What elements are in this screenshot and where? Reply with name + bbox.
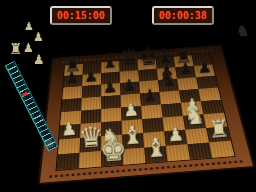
square-c1[interactable]: ♚ bbox=[101, 149, 123, 166]
square-b5[interactable] bbox=[81, 97, 101, 111]
piece-black-pawn[interactable]: ♟ bbox=[81, 68, 101, 86]
square-c6[interactable]: ♟ bbox=[101, 83, 120, 96]
square-b1[interactable] bbox=[79, 151, 101, 168]
square-d8[interactable]: ♛ bbox=[119, 59, 138, 71]
piece-black-knight[interactable]: ♞ bbox=[158, 68, 179, 91]
square-f5[interactable] bbox=[159, 90, 180, 104]
square-a1[interactable] bbox=[57, 153, 80, 170]
piece-black-pawn[interactable]: ♟ bbox=[119, 76, 140, 94]
piece-black-pawn[interactable]: ♟ bbox=[62, 69, 82, 87]
black-clock-time: 00:00:38 bbox=[159, 10, 207, 21]
square-c8[interactable]: ♝ bbox=[101, 61, 120, 73]
square-f1[interactable] bbox=[166, 144, 190, 161]
captured-white-pawn: ♟ bbox=[33, 31, 44, 43]
square-e7[interactable] bbox=[138, 69, 158, 82]
square-e8[interactable]: ♚ bbox=[137, 58, 156, 70]
white-clock: 00:15:00 bbox=[50, 6, 112, 25]
piece-black-king[interactable]: ♚ bbox=[136, 43, 156, 69]
square-g1[interactable] bbox=[187, 143, 212, 160]
square-b2[interactable]: ♛ bbox=[79, 136, 101, 152]
square-e1[interactable]: ♝ bbox=[144, 146, 167, 163]
piece-white-bishop[interactable]: ♝ bbox=[143, 135, 167, 162]
piece-black-pawn[interactable]: ♟ bbox=[140, 87, 161, 105]
piece-white-knight[interactable]: ♞ bbox=[183, 104, 206, 129]
white-clock-time: 00:15:00 bbox=[57, 10, 105, 21]
black-clock: 00:00:38 bbox=[152, 6, 214, 25]
square-a2[interactable] bbox=[58, 138, 80, 154]
piece-black-bishop[interactable]: ♝ bbox=[99, 50, 119, 73]
piece-white-pawn[interactable]: ♟ bbox=[164, 125, 187, 145]
piece-white-pawn[interactable]: ♟ bbox=[120, 101, 142, 120]
captured-black-knight: ♞ bbox=[236, 24, 249, 39]
piece-black-pawn[interactable]: ♟ bbox=[195, 59, 215, 77]
ruler-highlight bbox=[45, 138, 54, 149]
piece-white-king[interactable]: ♚ bbox=[99, 134, 124, 166]
square-h1[interactable] bbox=[209, 141, 234, 158]
square-g7[interactable]: ♟ bbox=[175, 66, 196, 79]
board-perspective-wrapper: ♜♝♛♚♝♜♟♟♟♟♟♟♟♞♟♟♟♟♞♛♞♝♟♜♚♝ bbox=[38, 3, 244, 192]
square-h7[interactable]: ♟ bbox=[194, 64, 215, 77]
piece-black-queen[interactable]: ♛ bbox=[118, 46, 138, 72]
captured-white-pawn: ♟ bbox=[33, 53, 45, 66]
square-f4[interactable] bbox=[161, 103, 183, 118]
piece-black-pawn[interactable]: ♟ bbox=[100, 78, 121, 96]
square-c5[interactable] bbox=[101, 95, 121, 109]
evaluation-marker bbox=[21, 91, 28, 96]
square-f2[interactable]: ♟ bbox=[164, 130, 187, 146]
square-b7[interactable]: ♟ bbox=[82, 73, 101, 86]
square-c4[interactable] bbox=[101, 108, 121, 123]
board-frame: ♜♝♛♚♝♜♟♟♟♟♟♟♟♞♟♟♟♟♞♛♞♝♟♜♚♝ bbox=[37, 44, 255, 184]
square-e5[interactable]: ♟ bbox=[140, 92, 161, 106]
game-screen: ♜♝♛♚♝♜♟♟♟♟♟♟♟♞♟♟♟♟♞♛♞♝♟♜♚♝ ♜♟♟♟♟ ♞ 00:15… bbox=[0, 0, 256, 192]
square-a5[interactable] bbox=[61, 98, 81, 112]
square-a7[interactable]: ♟ bbox=[63, 75, 82, 88]
chess-board: ♜♝♛♚♝♜♟♟♟♟♟♟♟♞♟♟♟♟♞♛♞♝♟♜♚♝ bbox=[55, 53, 235, 171]
square-h2[interactable]: ♜ bbox=[206, 126, 230, 142]
captured-white-rook: ♜ bbox=[9, 42, 22, 57]
square-d4[interactable]: ♟ bbox=[121, 106, 142, 121]
square-g3[interactable]: ♞ bbox=[183, 114, 206, 129]
piece-white-queen[interactable]: ♛ bbox=[77, 122, 101, 152]
square-f6[interactable]: ♞ bbox=[158, 79, 179, 92]
piece-white-rook[interactable]: ♜ bbox=[207, 116, 230, 141]
square-d6[interactable]: ♟ bbox=[120, 82, 140, 95]
piece-black-pawn[interactable]: ♟ bbox=[176, 60, 196, 78]
